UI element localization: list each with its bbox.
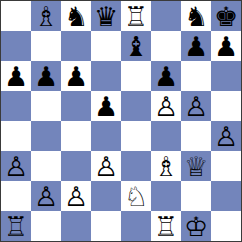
square-a6[interactable]: ♟ [1,61,31,91]
black-queen[interactable]: ♛ [94,3,118,30]
square-g2[interactable] [181,181,211,211]
square-e6[interactable] [121,61,151,91]
square-d7[interactable] [91,31,121,61]
square-e7[interactable]: ♝ [121,31,151,61]
square-h6[interactable] [211,61,241,91]
square-f6[interactable]: ♟ [151,61,181,91]
black-pawn[interactable]: ♟ [34,63,58,90]
square-c3[interactable] [61,151,91,181]
square-g5[interactable]: ♙ [181,91,211,121]
black-knight[interactable]: ♞ [64,3,88,30]
square-e4[interactable] [121,121,151,151]
square-b2[interactable]: ♙ [31,181,61,211]
black-knight[interactable]: ♞ [184,3,208,30]
square-c6[interactable]: ♟ [61,61,91,91]
white-rook[interactable]: ♖ [154,213,178,240]
square-d4[interactable] [91,121,121,151]
square-h1[interactable] [211,211,241,241]
white-rook[interactable]: ♖ [4,213,28,240]
white-pawn[interactable]: ♙ [214,123,238,150]
square-f8[interactable] [151,1,181,31]
square-e2[interactable]: ♘ [121,181,151,211]
white-rook[interactable]: ♖ [124,3,148,30]
white-pawn[interactable]: ♙ [64,183,88,210]
square-a8[interactable] [1,1,31,31]
square-a4[interactable] [1,121,31,151]
square-d1[interactable] [91,211,121,241]
square-e5[interactable] [121,91,151,121]
square-c4[interactable] [61,121,91,151]
black-pawn[interactable]: ♟ [154,63,178,90]
black-pawn[interactable]: ♟ [94,93,118,120]
square-d6[interactable] [91,61,121,91]
square-c5[interactable] [61,91,91,121]
square-b8[interactable]: ♗ [31,1,61,31]
black-bishop[interactable]: ♝ [124,33,148,60]
white-queen[interactable]: ♕ [184,153,208,180]
square-d3[interactable]: ♙ [91,151,121,181]
square-f4[interactable] [151,121,181,151]
white-knight[interactable]: ♘ [124,183,148,210]
square-g4[interactable] [181,121,211,151]
square-b5[interactable] [31,91,61,121]
square-c8[interactable]: ♞ [61,1,91,31]
square-c1[interactable] [61,211,91,241]
white-bishop[interactable]: ♗ [154,153,178,180]
square-g1[interactable]: ♔ [181,211,211,241]
square-d8[interactable]: ♛ [91,1,121,31]
square-h4[interactable]: ♙ [211,121,241,151]
square-a7[interactable] [1,31,31,61]
white-pawn[interactable]: ♙ [4,153,28,180]
square-h7[interactable]: ♟ [211,31,241,61]
square-g6[interactable] [181,61,211,91]
square-c2[interactable]: ♙ [61,181,91,211]
black-pawn[interactable]: ♟ [4,63,28,90]
black-pawn[interactable]: ♟ [184,33,208,60]
square-f3[interactable]: ♗ [151,151,181,181]
square-f2[interactable] [151,181,181,211]
square-e8[interactable]: ♖ [121,1,151,31]
square-d2[interactable] [91,181,121,211]
white-pawn[interactable]: ♙ [154,93,178,120]
square-c7[interactable] [61,31,91,61]
square-a5[interactable] [1,91,31,121]
white-pawn[interactable]: ♙ [184,93,208,120]
square-f5[interactable]: ♙ [151,91,181,121]
black-pawn[interactable]: ♟ [214,33,238,60]
square-b3[interactable] [31,151,61,181]
square-a1[interactable]: ♖ [1,211,31,241]
white-pawn[interactable]: ♙ [34,183,58,210]
square-a3[interactable]: ♙ [1,151,31,181]
black-pawn[interactable]: ♟ [64,63,88,90]
square-b4[interactable] [31,121,61,151]
square-g7[interactable]: ♟ [181,31,211,61]
square-h5[interactable] [211,91,241,121]
square-f1[interactable]: ♖ [151,211,181,241]
square-b6[interactable]: ♟ [31,61,61,91]
chess-board: ♗♞♛♖♞♚♝♟♟♟♟♟♟♟♙♙♙♙♙♗♕♙♙♘♖♖♔ [0,0,242,242]
square-e3[interactable] [121,151,151,181]
white-bishop[interactable]: ♗ [34,3,58,30]
square-d5[interactable]: ♟ [91,91,121,121]
white-pawn[interactable]: ♙ [94,153,118,180]
black-king[interactable]: ♚ [214,3,238,30]
square-b1[interactable] [31,211,61,241]
square-h2[interactable] [211,181,241,211]
white-king[interactable]: ♔ [184,213,208,240]
square-h3[interactable] [211,151,241,181]
square-e1[interactable] [121,211,151,241]
square-b7[interactable] [31,31,61,61]
square-g8[interactable]: ♞ [181,1,211,31]
square-g3[interactable]: ♕ [181,151,211,181]
square-h8[interactable]: ♚ [211,1,241,31]
square-f7[interactable] [151,31,181,61]
square-a2[interactable] [1,181,31,211]
